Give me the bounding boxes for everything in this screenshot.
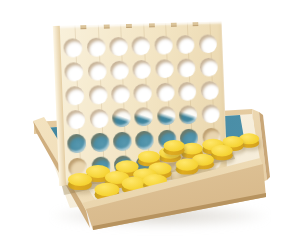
yellow-disc (176, 159, 199, 175)
disc-top (68, 173, 92, 186)
disc-top (211, 145, 233, 157)
disc-top (176, 159, 199, 171)
yellow-disc (68, 173, 92, 190)
connect-four-product-photo (0, 0, 300, 250)
disc-top (95, 183, 120, 197)
disc-top (138, 151, 160, 163)
yellow-disc (211, 145, 233, 160)
yellow-disc (163, 140, 184, 155)
disc-top (163, 140, 184, 151)
